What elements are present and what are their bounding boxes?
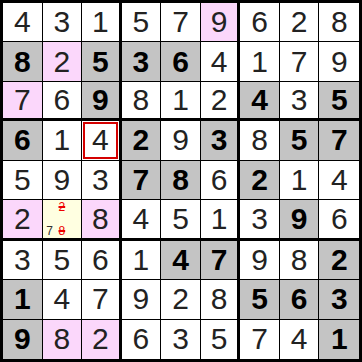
digit: 7 xyxy=(14,85,31,115)
cell-r7c2[interactable]: 5 xyxy=(43,241,83,280)
pencil-marks: 278 xyxy=(43,200,82,238)
cell-r4c8[interactable]: 5 xyxy=(280,121,320,160)
digit: 5 xyxy=(92,47,109,77)
cell-r7c7[interactable]: 9 xyxy=(240,241,280,280)
digit: 2 xyxy=(211,85,228,115)
digit: 4 xyxy=(251,85,268,115)
digit: 1 xyxy=(53,125,70,155)
digit: 6 xyxy=(331,204,348,234)
digit: 6 xyxy=(211,165,228,195)
digit: 3 xyxy=(14,245,31,275)
cell-r4c7[interactable]: 8 xyxy=(240,121,280,160)
cell-r3c6[interactable]: 2 xyxy=(201,82,241,121)
cell-r5c1[interactable]: 5 xyxy=(3,161,43,200)
cell-r3c5[interactable]: 1 xyxy=(161,82,201,121)
digit: 5 xyxy=(53,245,70,275)
digit: 5 xyxy=(172,204,189,234)
cell-r2c5[interactable]: 6 xyxy=(161,42,201,81)
cell-r5c6[interactable]: 6 xyxy=(201,161,241,200)
digit: 6 xyxy=(251,7,268,37)
digit: 9 xyxy=(53,165,70,195)
cell-r6c6[interactable]: 1 xyxy=(201,200,241,241)
digit: 9 xyxy=(291,204,308,234)
digit: 1 xyxy=(133,245,150,275)
digit: 6 xyxy=(133,324,150,354)
digit: 9 xyxy=(14,324,31,354)
cell-r9c3[interactable]: 2 xyxy=(82,320,122,359)
digit: 6 xyxy=(172,47,189,77)
cell-r4c6[interactable]: 3 xyxy=(201,121,241,160)
digit: 1 xyxy=(172,85,189,115)
digit: 4 xyxy=(331,165,348,195)
digit: 7 xyxy=(133,165,150,195)
digit: 9 xyxy=(251,245,268,275)
digit: 5 xyxy=(14,165,31,195)
cell-r6c5[interactable]: 5 xyxy=(161,200,201,241)
cell-r7c4[interactable]: 1 xyxy=(122,241,162,280)
cell-r3c9[interactable]: 5 xyxy=(319,82,359,121)
digit: 1 xyxy=(331,324,348,354)
cell-r9c5[interactable]: 3 xyxy=(161,320,201,359)
digit: 5 xyxy=(133,7,150,37)
digit: 4 xyxy=(92,125,109,155)
digit: 9 xyxy=(211,7,228,37)
digit: 4 xyxy=(14,7,31,37)
digit: 8 xyxy=(92,204,109,234)
cell-r6c9[interactable]: 6 xyxy=(319,200,359,241)
cell-r7c9[interactable]: 2 xyxy=(319,241,359,280)
pencil-mark-8-crossed: 8 xyxy=(56,225,68,237)
digit: 2 xyxy=(53,47,70,77)
cell-r3c1[interactable]: 7 xyxy=(3,82,43,121)
digit: 3 xyxy=(331,284,348,314)
cell-r5c9[interactable]: 4 xyxy=(319,161,359,200)
cell-r6c3[interactable]: 8 xyxy=(82,200,122,241)
digit: 8 xyxy=(211,284,228,314)
digit: 7 xyxy=(92,284,109,314)
cell-r6c7[interactable]: 3 xyxy=(240,200,280,241)
cell-r2c3[interactable]: 5 xyxy=(82,42,122,81)
cell-r1c2[interactable]: 3 xyxy=(43,3,83,42)
cell-r2c8[interactable]: 7 xyxy=(280,42,320,81)
digit: 2 xyxy=(291,7,308,37)
digit: 5 xyxy=(331,85,348,115)
cell-r1c6[interactable]: 9 xyxy=(201,3,241,42)
digit: 4 xyxy=(172,245,189,275)
cell-r6c4[interactable]: 4 xyxy=(122,200,162,241)
cell-r3c8[interactable]: 3 xyxy=(280,82,320,121)
cell-r5c4[interactable]: 7 xyxy=(122,161,162,200)
digit: 8 xyxy=(251,125,268,155)
cell-r1c9[interactable]: 8 xyxy=(319,3,359,42)
cell-r2c2[interactable]: 2 xyxy=(43,42,83,81)
pencil-mark-2-crossed: 2 xyxy=(56,201,68,213)
cell-r7c8[interactable]: 8 xyxy=(280,241,320,280)
digit: 8 xyxy=(53,324,70,354)
digit: 2 xyxy=(14,204,31,234)
digit: 5 xyxy=(251,284,268,314)
cell-r3c7[interactable]: 4 xyxy=(240,82,280,121)
digit: 4 xyxy=(291,324,308,354)
digit: 4 xyxy=(133,204,150,234)
cell-r8c8[interactable]: 6 xyxy=(280,280,320,319)
cell-r1c1[interactable]: 4 xyxy=(3,3,43,42)
digit: 1 xyxy=(211,204,228,234)
cell-r1c5[interactable]: 7 xyxy=(161,3,201,42)
digit: 1 xyxy=(251,47,268,77)
digit: 7 xyxy=(251,324,268,354)
cell-r6c2[interactable]: 278 xyxy=(43,200,83,241)
digit: 8 xyxy=(291,245,308,275)
cell-r5c2[interactable]: 9 xyxy=(43,161,83,200)
digit: 7 xyxy=(172,7,189,37)
digit: 3 xyxy=(92,165,109,195)
digit: 6 xyxy=(14,125,31,155)
digit: 5 xyxy=(211,324,228,354)
cell-r5c3[interactable]: 3 xyxy=(82,161,122,200)
cell-r1c8[interactable]: 2 xyxy=(280,3,320,42)
digit: 4 xyxy=(211,47,228,77)
cell-r7c1[interactable]: 3 xyxy=(3,241,43,280)
cell-r4c1[interactable]: 6 xyxy=(3,121,43,160)
cell-r2c7[interactable]: 1 xyxy=(240,42,280,81)
cell-r4c2[interactable]: 1 xyxy=(43,121,83,160)
sudoku-board: 4315796288253641797698124356142938575937… xyxy=(0,0,362,362)
cell-r1c7[interactable]: 6 xyxy=(240,3,280,42)
cell-r9c2[interactable]: 8 xyxy=(43,320,83,359)
cell-r4c3[interactable]: 4 xyxy=(82,121,122,160)
cell-r7c5[interactable]: 4 xyxy=(161,241,201,280)
digit: 1 xyxy=(291,165,308,195)
digit: 6 xyxy=(92,245,109,275)
digit: 1 xyxy=(14,284,31,314)
cell-r1c4[interactable]: 5 xyxy=(122,3,162,42)
cell-r8c2[interactable]: 4 xyxy=(43,280,83,319)
digit: 3 xyxy=(211,125,228,155)
digit: 2 xyxy=(172,284,189,314)
cell-r2c6[interactable]: 4 xyxy=(201,42,241,81)
digit: 8 xyxy=(172,165,189,195)
digit: 5 xyxy=(291,125,308,155)
digit: 2 xyxy=(331,245,348,275)
digit: 8 xyxy=(14,47,31,77)
digit: 2 xyxy=(92,324,109,354)
cell-r8c5[interactable]: 2 xyxy=(161,280,201,319)
cell-r5c5[interactable]: 8 xyxy=(161,161,201,200)
cell-r9c6[interactable]: 5 xyxy=(201,320,241,359)
pencil-mark-7: 7 xyxy=(44,225,56,237)
digit: 8 xyxy=(331,7,348,37)
cell-r3c2[interactable]: 6 xyxy=(43,82,83,121)
cell-r9c7[interactable]: 7 xyxy=(240,320,280,359)
cell-r5c8[interactable]: 1 xyxy=(280,161,320,200)
cell-r2c1[interactable]: 8 xyxy=(3,42,43,81)
digit: 9 xyxy=(92,85,109,115)
cell-r4c4[interactable]: 2 xyxy=(122,121,162,160)
digit: 3 xyxy=(53,7,70,37)
cell-r9c1[interactable]: 9 xyxy=(3,320,43,359)
digit: 2 xyxy=(251,165,268,195)
cell-r3c3[interactable]: 9 xyxy=(82,82,122,121)
cell-r7c3[interactable]: 6 xyxy=(82,241,122,280)
cell-r4c9[interactable]: 7 xyxy=(319,121,359,160)
digit: 3 xyxy=(291,85,308,115)
digit: 8 xyxy=(133,85,150,115)
digit: 7 xyxy=(331,125,348,155)
digit: 6 xyxy=(53,85,70,115)
cell-r7c6[interactable]: 7 xyxy=(201,241,241,280)
digit: 2 xyxy=(133,125,150,155)
digit: 3 xyxy=(133,47,150,77)
cell-r5c7[interactable]: 2 xyxy=(240,161,280,200)
cell-r1c3[interactable]: 1 xyxy=(82,3,122,42)
digit: 7 xyxy=(291,47,308,77)
cell-r8c7[interactable]: 5 xyxy=(240,280,280,319)
cell-r9c4[interactable]: 6 xyxy=(122,320,162,359)
cell-r8c6[interactable]: 8 xyxy=(201,280,241,319)
cell-r3c4[interactable]: 8 xyxy=(122,82,162,121)
cell-r6c8[interactable]: 9 xyxy=(280,200,320,241)
digit: 7 xyxy=(211,245,228,275)
cell-r4c5[interactable]: 9 xyxy=(161,121,201,160)
cell-r8c1[interactable]: 1 xyxy=(3,280,43,319)
digit: 9 xyxy=(331,47,348,77)
digit: 9 xyxy=(172,125,189,155)
digit: 3 xyxy=(251,204,268,234)
cell-r9c9[interactable]: 1 xyxy=(319,320,359,359)
digit: 1 xyxy=(92,7,109,37)
cell-r2c4[interactable]: 3 xyxy=(122,42,162,81)
digit: 9 xyxy=(133,284,150,314)
digit: 4 xyxy=(53,284,70,314)
digit: 6 xyxy=(291,284,308,314)
cell-r9c8[interactable]: 4 xyxy=(280,320,320,359)
digit: 3 xyxy=(172,324,189,354)
cell-r8c3[interactable]: 7 xyxy=(82,280,122,319)
cell-r6c1[interactable]: 2 xyxy=(3,200,43,241)
cell-r2c9[interactable]: 9 xyxy=(319,42,359,81)
cell-r8c9[interactable]: 3 xyxy=(319,280,359,319)
cell-r8c4[interactable]: 9 xyxy=(122,280,162,319)
